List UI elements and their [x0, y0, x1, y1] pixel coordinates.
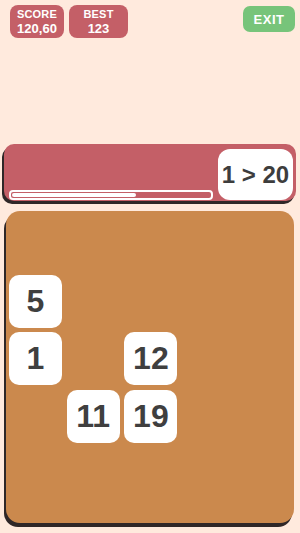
number-tile[interactable]: 1	[9, 332, 62, 385]
best-value: 123	[69, 21, 128, 36]
number-tile[interactable]: 11	[67, 390, 120, 443]
score-label: SCORE	[10, 8, 64, 21]
score-value: 120,60	[10, 21, 64, 36]
score-badge: SCORE 120,60	[10, 5, 64, 38]
number-tile[interactable]: 5	[9, 275, 62, 328]
best-label: BEST	[69, 8, 128, 21]
tile-grid: 51121119	[9, 217, 293, 501]
number-tile[interactable]: 12	[124, 332, 177, 385]
target-label: 1 > 20	[222, 161, 289, 189]
progress-panel: 1 > 20	[4, 144, 296, 201]
game-board: 51121119	[6, 211, 294, 523]
number-tile[interactable]: 19	[124, 390, 177, 443]
progress-fill	[12, 193, 136, 197]
progress-track	[9, 190, 213, 200]
exit-button[interactable]: EXIT	[243, 6, 295, 32]
target-box: 1 > 20	[218, 149, 293, 200]
best-badge: BEST 123	[69, 5, 128, 38]
